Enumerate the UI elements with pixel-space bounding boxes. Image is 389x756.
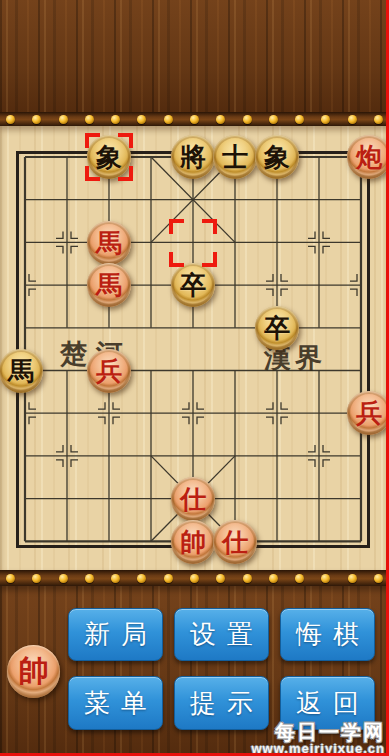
rivet-icon: [243, 574, 252, 583]
turn-indicator-piece: 帥: [7, 645, 60, 698]
top-wood-panel: [0, 0, 389, 112]
rivet-icon: [348, 574, 357, 583]
rivet-icon: [321, 574, 330, 583]
new-game-button[interactable]: 新局: [68, 608, 163, 661]
rivet-icon: [137, 574, 146, 583]
xiangqi-app: 楚河 漢界 象將士象炮馬馬卒卒馬兵兵仕帥仕 帥 新局设置悔棋菜单提示返回 每日一…: [0, 0, 389, 756]
piece-black-horse[interactable]: 馬: [0, 349, 43, 393]
rivet-icon: [85, 574, 94, 583]
rivet-icon: [295, 115, 304, 124]
watermark: 每日一学网 www.meiriyixue.cn: [251, 722, 385, 755]
rivet-icon: [59, 115, 68, 124]
rivet-icon: [111, 574, 120, 583]
rivet-icon: [269, 115, 278, 124]
rivet-icon: [32, 115, 41, 124]
menu-button[interactable]: 菜单: [68, 676, 163, 730]
piece-black-general[interactable]: 將: [171, 135, 215, 179]
rivet-icon: [321, 115, 330, 124]
rivet-icon: [137, 115, 146, 124]
piece-black-elephant[interactable]: 象: [87, 135, 131, 179]
rivet-icon: [295, 574, 304, 583]
rivet-icon: [111, 115, 120, 124]
rivet-icon: [269, 574, 278, 583]
rivet-icon: [164, 574, 173, 583]
settings-button[interactable]: 设置: [174, 608, 269, 661]
rivet-icon: [59, 574, 68, 583]
rivet-icon: [85, 115, 94, 124]
watermark-site-name: 每日一学网: [251, 722, 385, 742]
button-grid: 新局设置悔棋菜单提示返回: [68, 608, 375, 730]
piece-black-advisor[interactable]: 士: [213, 135, 257, 179]
stud-rail-top: [0, 112, 389, 126]
rivet-icon: [6, 574, 15, 583]
rivet-icon: [348, 115, 357, 124]
piece-red-advisor[interactable]: 仕: [213, 520, 257, 564]
rivet-icon: [374, 115, 383, 124]
piece-black-soldier[interactable]: 卒: [171, 263, 215, 307]
rivet-icon: [164, 115, 173, 124]
piece-red-horse[interactable]: 馬: [87, 221, 131, 265]
board-panel: 楚河 漢界 象將士象炮馬馬卒卒馬兵兵仕帥仕: [0, 126, 389, 570]
rivet-icon: [216, 574, 225, 583]
piece-red-horse[interactable]: 馬: [87, 263, 131, 307]
piece-red-soldier[interactable]: 兵: [87, 349, 131, 393]
stud-rail-bottom: [0, 570, 389, 586]
xiangqi-board[interactable]: 象將士象炮馬馬卒卒馬兵兵仕帥仕: [4, 136, 382, 563]
piece-black-elephant[interactable]: 象: [255, 135, 299, 179]
piece-black-soldier[interactable]: 卒: [255, 306, 299, 350]
rivet-icon: [190, 574, 199, 583]
undo-button[interactable]: 悔棋: [280, 608, 375, 661]
piece-red-general[interactable]: 帥: [171, 520, 215, 564]
rivet-icon: [190, 115, 199, 124]
rivet-icon: [243, 115, 252, 124]
last-move-from-marker: [169, 219, 217, 267]
rivet-icon: [374, 574, 383, 583]
rivet-icon: [6, 115, 15, 124]
rivet-icon: [32, 574, 41, 583]
rivet-icon: [216, 115, 225, 124]
piece-red-advisor[interactable]: 仕: [171, 477, 215, 521]
piece-red-soldier[interactable]: 兵: [347, 391, 389, 435]
piece-red-cannon[interactable]: 炮: [347, 135, 389, 179]
